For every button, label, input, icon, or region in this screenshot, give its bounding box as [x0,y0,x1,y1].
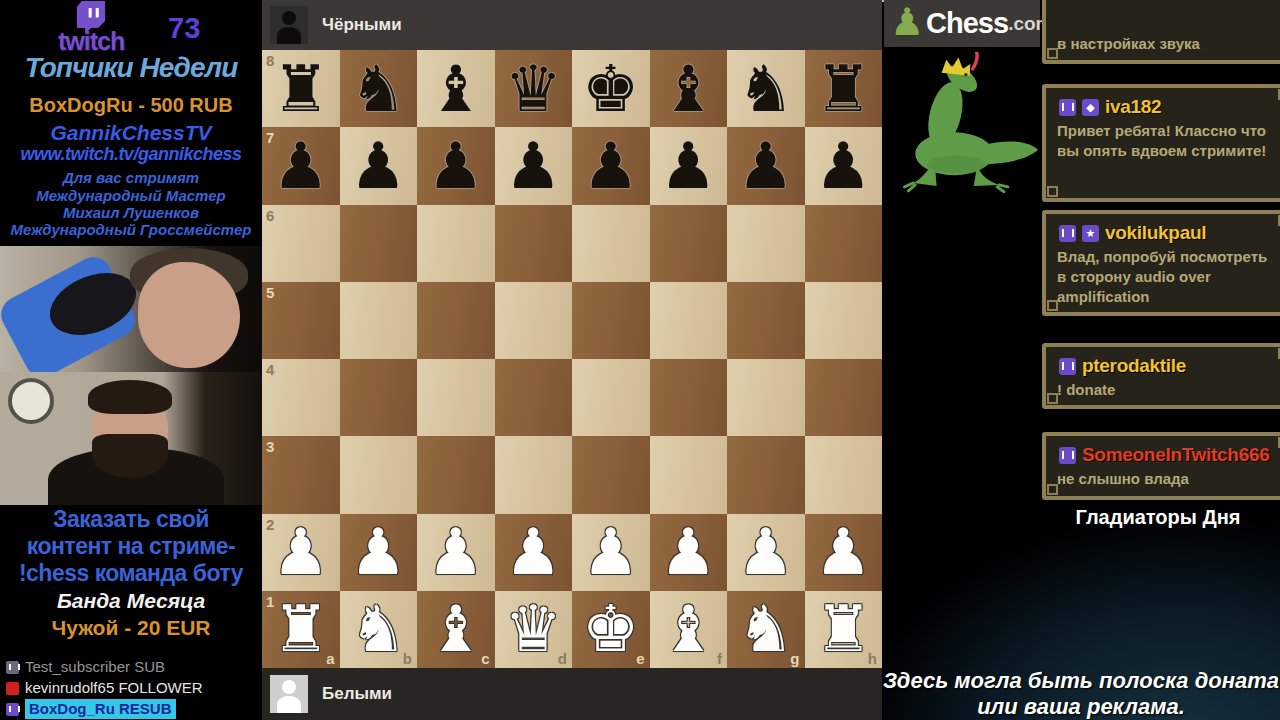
chat-message: в настройках звука [1042,0,1280,64]
rank-label: 3 [266,438,274,455]
gladiators-title: Гладиаторы Дня [1042,506,1274,529]
square-d7[interactable]: ♟ [495,127,573,204]
donation-ad: Здесь могла быть полоска доната или ваша… [882,668,1280,720]
band-of-month-title: Банда Месяца [0,589,262,613]
square-b6[interactable] [340,205,418,282]
event-follower: kevinrudolf65 FOLLOWER [4,678,262,698]
order-line: Заказать свой [0,506,262,533]
square-a6[interactable]: 6 [262,205,340,282]
band-of-month-value: Чужой - 20 EUR [0,616,262,640]
piece-black-pawn[interactable]: ♟ [572,127,650,204]
red-dot-icon [6,682,19,695]
piece-black-queen[interactable]: ♛ [495,50,573,127]
chat-text: не слышно влада [1057,469,1279,489]
piece-white-bishop[interactable]: ♝ [417,591,495,668]
webcam-bottom [0,372,262,505]
piece-black-knight[interactable]: ♞ [727,50,805,127]
webcam-top [0,246,262,372]
streamer-line: Международный Мастер [0,187,262,204]
stream-overlay: twitch 73 Топчики Недели BoxDogRu - 500 … [0,0,1280,720]
square-d1[interactable]: d♛ [495,591,573,668]
piece-black-bishop[interactable]: ♝ [417,50,495,127]
black-player-avatar[interactable] [270,6,308,44]
frame-ornament [1047,393,1058,404]
square-c8[interactable]: ♝ [417,50,495,127]
twitch-header: twitch 73 [0,0,262,52]
event-sub: Test_subscriber SUB [4,657,262,677]
chat-username[interactable]: iva182 [1105,96,1161,118]
streamer-face [138,262,240,368]
ad-line: Здесь могла быть полоска доната [882,668,1280,694]
channel-name: GannikChessTV [0,121,262,145]
square-e6[interactable] [572,205,650,282]
piece-white-pawn[interactable]: ♟ [495,514,573,591]
piece-black-pawn[interactable]: ♟ [727,127,805,204]
white-player-name: Белыми [322,684,392,704]
square-a8[interactable]: 8♜ [262,50,340,127]
star-badge-icon [1082,225,1099,242]
piece-black-pawn[interactable]: ♟ [495,127,573,204]
piece-black-knight[interactable]: ♞ [340,50,418,127]
square-g8[interactable]: ♞ [727,50,805,127]
event-text: kevinrudolf65 FOLLOWER [25,678,203,698]
square-g7[interactable]: ♟ [727,127,805,204]
piece-black-king[interactable]: ♚ [572,50,650,127]
square-d2[interactable]: ♟ [495,514,573,591]
twitch-badge-icon [1059,447,1076,464]
square-a2[interactable]: 2♟ [262,514,340,591]
square-f2[interactable]: ♟ [650,514,728,591]
square-c6[interactable] [417,205,495,282]
chat-username[interactable]: pterodaktile [1082,355,1186,377]
square-h7[interactable]: ♟ [805,127,883,204]
square-g6[interactable] [727,205,805,282]
square-f6[interactable] [650,205,728,282]
square-d3[interactable] [495,436,573,513]
square-c2[interactable]: ♟ [417,514,495,591]
chesscom-logo[interactable]: ♟ Chess .com [884,0,1040,47]
piece-black-pawn[interactable]: ♟ [417,127,495,204]
piece-white-knight[interactable]: ♞ [727,591,805,668]
chesscom-pawn-icon: ♟ [890,3,924,41]
twitch-badge-icon [1059,358,1076,375]
square-h1[interactable]: h♜ [805,591,883,668]
square-c3[interactable] [417,436,495,513]
gem-badge-icon [1082,99,1099,116]
square-h8[interactable]: ♜ [805,50,883,127]
streamer-line: Международный Гроссмейстер [0,221,262,238]
square-g2[interactable]: ♟ [727,514,805,591]
chess-board[interactable]: 8♜♞♝♛♚♝♞♜7♟♟♟♟♟♟♟♟65432♟♟♟♟♟♟♟♟1a♜b♞c♝d♛… [262,50,882,668]
piece-white-bishop[interactable]: ♝ [650,591,728,668]
chesscom-logo-text: Chess [926,7,1008,40]
lizard-mascot [884,52,1040,196]
twitch-glitch-gray-icon [6,661,19,674]
rank-label: 5 [266,284,274,301]
piece-white-pawn[interactable]: ♟ [727,514,805,591]
white-player-bar: Белыми [262,668,882,720]
chat-text: в настройках звука [1057,34,1200,54]
square-g5[interactable] [727,282,805,359]
piece-white-king[interactable]: ♚ [572,591,650,668]
square-e1[interactable]: e♚ [572,591,650,668]
square-g3[interactable] [727,436,805,513]
square-h6[interactable] [805,205,883,282]
piece-black-bishop[interactable]: ♝ [650,50,728,127]
piece-black-rook[interactable]: ♜ [262,50,340,127]
black-player-name: Чёрными [322,15,402,35]
square-a5[interactable]: 5 [262,282,340,359]
square-b1[interactable]: b♞ [340,591,418,668]
frame-ornament [1047,186,1058,197]
chat-text: Привет ребята! Классно что вы опять вдво… [1057,121,1279,161]
rank-label: 6 [266,207,274,224]
twitch-badge-icon [1059,99,1076,116]
square-d6[interactable] [495,205,573,282]
sidebar: twitch 73 Топчики Недели BoxDogRu - 500 … [0,0,262,720]
twitch-glitch-purple-icon [6,703,19,716]
square-b4[interactable] [340,359,418,436]
chat-message-pterodaktile: pterodaktile! donate [1042,343,1280,409]
square-e5[interactable] [572,282,650,359]
square-d4[interactable] [495,359,573,436]
frame-ornament [1047,484,1058,495]
wall-clock [8,378,54,424]
order-line: контент на стриме- [0,533,262,560]
square-d5[interactable] [495,282,573,359]
square-b7[interactable]: ♟ [340,127,418,204]
piece-white-knight[interactable]: ♞ [340,591,418,668]
chat-text: Влад, попробуй посмотреть в сторону audi… [1057,247,1279,307]
weekly-top-title: Топчики Недели [0,52,262,84]
event-resub: BoxDog_Ru RESUB [4,699,262,719]
square-h4[interactable] [805,359,883,436]
square-a3[interactable]: 3 [262,436,340,513]
chat-username[interactable]: SomeoneInTwitch666 [1082,444,1269,466]
streamer2-beard [92,434,168,478]
square-f7[interactable]: ♟ [650,127,728,204]
ad-line: или ваша реклама. [882,694,1280,720]
square-c7[interactable]: ♟ [417,127,495,204]
square-d8[interactable]: ♛ [495,50,573,127]
twitch-logo: twitch [58,1,124,56]
square-c4[interactable] [417,359,495,436]
viewer-count: 73 [168,12,200,45]
twitch-badge-icon [1059,225,1076,242]
square-a7[interactable]: 7♟ [262,127,340,204]
channel-url[interactable]: www.twitch.tv/gannikchess [0,144,262,165]
piece-black-pawn[interactable]: ♟ [650,127,728,204]
square-e2[interactable]: ♟ [572,514,650,591]
piece-white-rook[interactable]: ♜ [805,591,883,668]
piece-white-rook[interactable]: ♜ [262,591,340,668]
chat-message-SomeoneInTwitch666: SomeoneInTwitch666не слышно влада [1042,432,1280,500]
square-e8[interactable]: ♚ [572,50,650,127]
square-b3[interactable] [340,436,418,513]
chat-panel: в настройках звукаiva182Привет ребята! К… [1042,0,1274,560]
piece-white-queen[interactable]: ♛ [495,591,573,668]
square-h5[interactable] [805,282,883,359]
square-g1[interactable]: g♞ [727,591,805,668]
square-h2[interactable]: ♟ [805,514,883,591]
piece-black-pawn[interactable]: ♟ [262,127,340,204]
frame-ornament [1047,48,1058,59]
right-panel: ♟ Chess .com 23:04:46 18 May 2019 в наст… [882,0,1280,720]
square-f1[interactable]: f♝ [650,591,728,668]
square-a4[interactable]: 4 [262,359,340,436]
chat-username[interactable]: vokilukpaul [1105,222,1206,244]
square-b5[interactable] [340,282,418,359]
square-e7[interactable]: ♟ [572,127,650,204]
piece-white-pawn[interactable]: ♟ [650,514,728,591]
chat-message-vokilukpaul: vokilukpaulВлад, попробуй посмотреть в с… [1042,210,1280,316]
square-c5[interactable] [417,282,495,359]
order-line: !chess команда боту [0,560,262,587]
square-h3[interactable] [805,436,883,513]
square-c1[interactable]: c♝ [417,591,495,668]
event-text: BoxDog_Ru RESUB [25,699,176,719]
square-f5[interactable] [650,282,728,359]
piece-white-pawn[interactable]: ♟ [417,514,495,591]
piece-black-rook[interactable]: ♜ [805,50,883,127]
square-f4[interactable] [650,359,728,436]
chat-message-iva182: iva182Привет ребята! Классно что вы опят… [1042,84,1280,202]
frame-ornament [1047,300,1058,311]
streamers-intro: Для вас стримят [0,169,262,186]
square-b2[interactable]: ♟ [340,514,418,591]
square-e4[interactable] [572,359,650,436]
black-player-bar: Чёрными [262,0,882,50]
square-g4[interactable] [727,359,805,436]
piece-white-pawn[interactable]: ♟ [340,514,418,591]
top-donor: BoxDogRu - 500 RUB [0,94,262,117]
streamer2-hair [88,380,172,414]
square-e3[interactable] [572,436,650,513]
event-text: Test_subscriber SUB [25,657,165,677]
piece-black-pawn[interactable]: ♟ [805,127,883,204]
piece-black-pawn[interactable]: ♟ [340,127,418,204]
streamer-line: Михаил Лушенков [0,204,262,221]
rank-label: 4 [266,361,274,378]
square-f3[interactable] [650,436,728,513]
event-list: Test_subscriber SUBkevinrudolf65 FOLLOWE… [4,657,262,720]
piece-white-pawn[interactable]: ♟ [262,514,340,591]
chat-text: ! donate [1057,380,1279,400]
white-player-avatar[interactable] [270,675,308,713]
square-a1[interactable]: 1a♜ [262,591,340,668]
square-b8[interactable]: ♞ [340,50,418,127]
piece-white-pawn[interactable]: ♟ [572,514,650,591]
piece-white-pawn[interactable]: ♟ [805,514,883,591]
game-area: Чёрными 8♜♞♝♛♚♝♞♜7♟♟♟♟♟♟♟♟65432♟♟♟♟♟♟♟♟1… [262,0,882,720]
square-f8[interactable]: ♝ [650,50,728,127]
